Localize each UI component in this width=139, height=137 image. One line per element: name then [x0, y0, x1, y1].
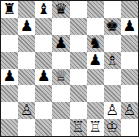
square-e5[interactable]: [70, 52, 87, 69]
square-a6[interactable]: [1, 35, 18, 52]
piece-black-pawn-c4[interactable]: ♟: [37, 69, 50, 84]
square-f7[interactable]: [87, 18, 104, 35]
square-d2[interactable]: [52, 102, 69, 119]
square-e6[interactable]: [70, 35, 87, 52]
square-d7[interactable]: [52, 18, 69, 35]
square-f4[interactable]: [87, 69, 104, 86]
square-d3[interactable]: [52, 85, 69, 102]
square-c4[interactable]: ♟: [35, 69, 52, 86]
square-d4[interactable]: ♕: [52, 69, 69, 86]
square-h3[interactable]: [121, 85, 138, 102]
square-c5[interactable]: [35, 52, 52, 69]
square-c8[interactable]: ♝: [35, 1, 52, 18]
square-b3[interactable]: [18, 85, 35, 102]
square-b7[interactable]: ♟: [18, 18, 35, 35]
square-b4[interactable]: [18, 69, 35, 86]
square-a3[interactable]: [1, 85, 18, 102]
piece-black-knight-f6[interactable]: ♞: [88, 36, 101, 51]
square-h8[interactable]: [121, 1, 138, 18]
chess-board-frame: ♜♝♛♟♚♟♟♞♟♗♟♟♕♙♙♙♖♖♔: [0, 0, 139, 137]
piece-white-queen-d4[interactable]: ♕: [54, 69, 67, 84]
square-f8[interactable]: [87, 1, 104, 18]
square-b8[interactable]: [18, 1, 35, 18]
piece-white-pawn-g2[interactable]: ♙: [106, 103, 119, 118]
square-g4[interactable]: [104, 69, 121, 86]
square-d8[interactable]: ♛: [52, 1, 69, 18]
square-g5[interactable]: ♗: [104, 52, 121, 69]
square-g7[interactable]: ♚: [104, 18, 121, 35]
square-g1[interactable]: ♔: [104, 119, 121, 136]
square-c1[interactable]: [35, 119, 52, 136]
square-a5[interactable]: [1, 52, 18, 69]
square-b2[interactable]: ♙: [18, 102, 35, 119]
square-c2[interactable]: [35, 102, 52, 119]
square-d5[interactable]: [52, 52, 69, 69]
piece-black-pawn-h7[interactable]: ♟: [123, 19, 136, 34]
square-f3[interactable]: [87, 85, 104, 102]
piece-white-rook-e1[interactable]: ♖: [71, 120, 84, 135]
square-e7[interactable]: [70, 18, 87, 35]
square-b6[interactable]: [18, 35, 35, 52]
square-a8[interactable]: ♜: [1, 1, 18, 18]
square-c7[interactable]: [35, 18, 52, 35]
square-b5[interactable]: [18, 52, 35, 69]
square-f6[interactable]: ♞: [87, 35, 104, 52]
piece-black-pawn-d6[interactable]: ♟: [54, 36, 67, 51]
square-h7[interactable]: ♟: [121, 18, 138, 35]
piece-white-rook-f1[interactable]: ♖: [88, 120, 101, 135]
square-a4[interactable]: ♟: [1, 69, 18, 86]
piece-white-pawn-b2[interactable]: ♙: [20, 103, 33, 118]
square-h2[interactable]: ♙: [121, 102, 138, 119]
piece-black-pawn-b7[interactable]: ♟: [20, 19, 33, 34]
piece-black-king-g7[interactable]: ♚: [106, 19, 119, 34]
piece-white-king-g1[interactable]: ♔: [106, 120, 119, 135]
square-h5[interactable]: [121, 52, 138, 69]
square-e1[interactable]: ♖: [70, 119, 87, 136]
square-e3[interactable]: [70, 85, 87, 102]
square-g6[interactable]: [104, 35, 121, 52]
square-f2[interactable]: [87, 102, 104, 119]
square-g2[interactable]: ♙: [104, 102, 121, 119]
piece-black-pawn-f5[interactable]: ♟: [88, 53, 101, 68]
square-e4[interactable]: [70, 69, 87, 86]
square-f1[interactable]: ♖: [87, 119, 104, 136]
piece-black-bishop-c8[interactable]: ♝: [37, 2, 50, 17]
square-h4[interactable]: [121, 69, 138, 86]
square-g8[interactable]: [104, 1, 121, 18]
piece-white-pawn-h2[interactable]: ♙: [123, 103, 136, 118]
square-g3[interactable]: [104, 85, 121, 102]
square-c3[interactable]: [35, 85, 52, 102]
piece-black-queen-d8[interactable]: ♛: [54, 2, 67, 17]
square-h6[interactable]: [121, 35, 138, 52]
square-a2[interactable]: [1, 102, 18, 119]
square-e2[interactable]: [70, 102, 87, 119]
square-b1[interactable]: [18, 119, 35, 136]
square-a1[interactable]: [1, 119, 18, 136]
piece-white-bishop-g5[interactable]: ♗: [106, 53, 119, 68]
square-d6[interactable]: ♟: [52, 35, 69, 52]
square-f5[interactable]: ♟: [87, 52, 104, 69]
piece-black-rook-a8[interactable]: ♜: [3, 2, 16, 17]
square-e8[interactable]: [70, 1, 87, 18]
square-c6[interactable]: [35, 35, 52, 52]
piece-black-pawn-a4[interactable]: ♟: [3, 69, 16, 84]
square-d1[interactable]: [52, 119, 69, 136]
square-a7[interactable]: [1, 18, 18, 35]
chess-board: ♜♝♛♟♚♟♟♞♟♗♟♟♕♙♙♙♖♖♔: [1, 1, 138, 136]
square-h1[interactable]: [121, 119, 138, 136]
